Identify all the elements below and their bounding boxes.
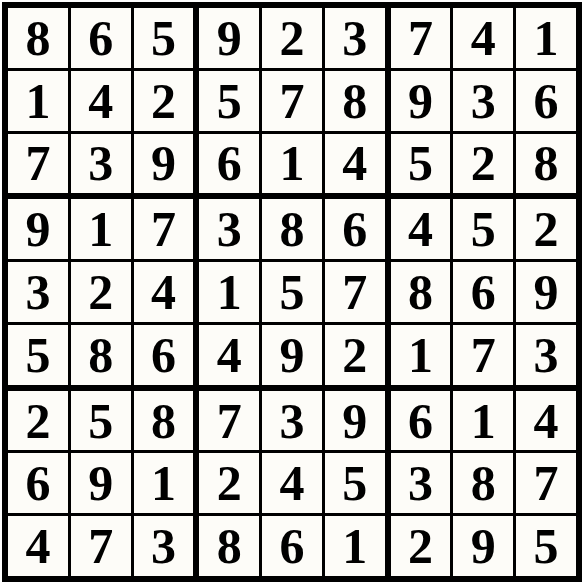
cell-r6c9[interactable]: 3	[516, 325, 576, 385]
cell-r9c5[interactable]: 6	[262, 516, 322, 576]
cell-r6c7[interactable]: 1	[391, 325, 451, 385]
cell-r9c7[interactable]: 2	[391, 516, 451, 576]
cell-r8c5[interactable]: 4	[262, 453, 322, 513]
cell-r9c9[interactable]: 5	[516, 516, 576, 576]
cell-r6c6[interactable]: 2	[325, 325, 385, 385]
cell-r1c1[interactable]: 8	[8, 8, 68, 68]
cell-r6c2[interactable]: 8	[71, 325, 131, 385]
sudoku-box-3: 741936528	[391, 8, 576, 193]
cell-r8c8[interactable]: 8	[453, 453, 513, 513]
cell-r5c1[interactable]: 3	[8, 262, 68, 322]
sudoku-box-7: 258691473	[8, 391, 193, 576]
cell-r5c3[interactable]: 4	[134, 262, 194, 322]
cell-r5c5[interactable]: 5	[262, 262, 322, 322]
cell-r5c4[interactable]: 1	[199, 262, 259, 322]
cell-r8c7[interactable]: 3	[391, 453, 451, 513]
cell-r7c9[interactable]: 4	[516, 391, 576, 451]
cell-r7c3[interactable]: 8	[134, 391, 194, 451]
cell-r5c6[interactable]: 7	[325, 262, 385, 322]
cell-r9c2[interactable]: 7	[71, 516, 131, 576]
sudoku-box-2: 923578614	[199, 8, 384, 193]
cell-r7c8[interactable]: 1	[453, 391, 513, 451]
cell-r7c4[interactable]: 7	[199, 391, 259, 451]
cell-r9c6[interactable]: 1	[325, 516, 385, 576]
cell-r2c8[interactable]: 3	[453, 71, 513, 131]
cell-r4c4[interactable]: 3	[199, 199, 259, 259]
cell-r4c5[interactable]: 8	[262, 199, 322, 259]
cell-r3c3[interactable]: 9	[134, 134, 194, 194]
cell-r5c9[interactable]: 9	[516, 262, 576, 322]
cell-r1c9[interactable]: 1	[516, 8, 576, 68]
cell-r7c6[interactable]: 9	[325, 391, 385, 451]
cell-r9c8[interactable]: 9	[453, 516, 513, 576]
cell-r4c6[interactable]: 6	[325, 199, 385, 259]
cell-r4c1[interactable]: 9	[8, 199, 68, 259]
cell-r9c1[interactable]: 4	[8, 516, 68, 576]
cell-r4c7[interactable]: 4	[391, 199, 451, 259]
cell-r6c1[interactable]: 5	[8, 325, 68, 385]
cell-r1c7[interactable]: 7	[391, 8, 451, 68]
cell-r9c3[interactable]: 3	[134, 516, 194, 576]
sudoku-box-1: 865142739	[8, 8, 193, 193]
cell-r8c3[interactable]: 1	[134, 453, 194, 513]
cell-r3c6[interactable]: 4	[325, 134, 385, 194]
cell-r8c4[interactable]: 2	[199, 453, 259, 513]
cell-r3c5[interactable]: 1	[262, 134, 322, 194]
sudoku-box-5: 386157492	[199, 199, 384, 384]
cell-r4c9[interactable]: 2	[516, 199, 576, 259]
cell-r1c5[interactable]: 2	[262, 8, 322, 68]
cell-r5c2[interactable]: 2	[71, 262, 131, 322]
cell-r4c2[interactable]: 1	[71, 199, 131, 259]
cell-r8c9[interactable]: 7	[516, 453, 576, 513]
sudoku-box-8: 739245861	[199, 391, 384, 576]
cell-r6c8[interactable]: 7	[453, 325, 513, 385]
cell-r2c9[interactable]: 6	[516, 71, 576, 131]
cell-r2c5[interactable]: 7	[262, 71, 322, 131]
cell-r8c1[interactable]: 6	[8, 453, 68, 513]
sudoku-box-4: 917324586	[8, 199, 193, 384]
cell-r8c2[interactable]: 9	[71, 453, 131, 513]
cell-r3c2[interactable]: 3	[71, 134, 131, 194]
cell-r7c1[interactable]: 2	[8, 391, 68, 451]
cell-r2c4[interactable]: 5	[199, 71, 259, 131]
sudoku-box-6: 452869173	[391, 199, 576, 384]
cell-r2c2[interactable]: 4	[71, 71, 131, 131]
cell-r1c6[interactable]: 3	[325, 8, 385, 68]
cell-r7c2[interactable]: 5	[71, 391, 131, 451]
cell-r8c6[interactable]: 5	[325, 453, 385, 513]
cell-r5c7[interactable]: 8	[391, 262, 451, 322]
cell-r3c9[interactable]: 8	[516, 134, 576, 194]
cell-r3c1[interactable]: 7	[8, 134, 68, 194]
cell-r3c4[interactable]: 6	[199, 134, 259, 194]
cell-r4c3[interactable]: 7	[134, 199, 194, 259]
cell-r1c2[interactable]: 6	[71, 8, 131, 68]
cell-r6c3[interactable]: 6	[134, 325, 194, 385]
cell-r3c7[interactable]: 5	[391, 134, 451, 194]
sudoku-board: 8651427399235786147419365289173245863861…	[2, 2, 582, 582]
cell-r4c8[interactable]: 5	[453, 199, 513, 259]
cell-r1c8[interactable]: 4	[453, 8, 513, 68]
cell-r7c7[interactable]: 6	[391, 391, 451, 451]
cell-r5c8[interactable]: 6	[453, 262, 513, 322]
cell-r6c4[interactable]: 4	[199, 325, 259, 385]
cell-r1c4[interactable]: 9	[199, 8, 259, 68]
cell-r2c1[interactable]: 1	[8, 71, 68, 131]
cell-r2c6[interactable]: 8	[325, 71, 385, 131]
sudoku-box-9: 614387295	[391, 391, 576, 576]
cell-r2c3[interactable]: 2	[134, 71, 194, 131]
cell-r3c8[interactable]: 2	[453, 134, 513, 194]
cell-r6c5[interactable]: 9	[262, 325, 322, 385]
cell-r7c5[interactable]: 3	[262, 391, 322, 451]
cell-r1c3[interactable]: 5	[134, 8, 194, 68]
cell-r9c4[interactable]: 8	[199, 516, 259, 576]
cell-r2c7[interactable]: 9	[391, 71, 451, 131]
